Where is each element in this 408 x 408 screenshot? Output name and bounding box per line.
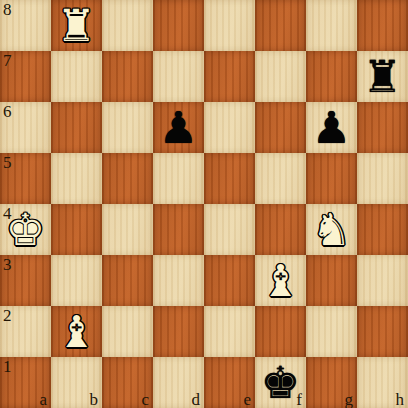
square-b4[interactable] [51,204,102,255]
black-rook-icon[interactable]: ♜ [363,51,402,102]
square-e3[interactable] [204,255,255,306]
square-d4[interactable] [153,204,204,255]
square-e8[interactable] [204,0,255,51]
square-h4[interactable] [357,204,408,255]
square-a3[interactable]: 3 [0,255,51,306]
square-g3[interactable] [306,255,357,306]
square-h7[interactable]: ♜ [357,51,408,102]
square-c8[interactable] [102,0,153,51]
square-a7[interactable]: 7 [0,51,51,102]
black-pawn-icon[interactable]: ♟ [312,102,351,153]
file-label-c: c [141,391,149,408]
square-g8[interactable] [306,0,357,51]
square-d6[interactable]: ♟ [153,102,204,153]
square-e6[interactable] [204,102,255,153]
square-e4[interactable] [204,204,255,255]
square-d8[interactable] [153,0,204,51]
square-h1[interactable]: h [357,357,408,408]
square-c6[interactable] [102,102,153,153]
square-c2[interactable] [102,306,153,357]
rank-label-3: 3 [3,255,12,274]
square-h2[interactable] [357,306,408,357]
square-a6[interactable]: 6 [0,102,51,153]
square-f1[interactable]: f♚ [255,357,306,408]
square-h5[interactable] [357,153,408,204]
square-c5[interactable] [102,153,153,204]
file-label-g: g [345,391,354,408]
square-d1[interactable]: d [153,357,204,408]
square-a2[interactable]: 2 [0,306,51,357]
chess-diagram: 8♜7♜6♟♟54♚♞3♝2♝1abcdef♚gh [0,0,408,408]
file-label-a: a [39,391,47,408]
square-g4[interactable]: ♞ [306,204,357,255]
square-g5[interactable] [306,153,357,204]
white-bishop-icon[interactable]: ♝ [261,255,300,306]
square-d7[interactable] [153,51,204,102]
white-knight-icon[interactable]: ♞ [312,204,351,255]
square-f6[interactable] [255,102,306,153]
white-bishop-icon[interactable]: ♝ [57,306,96,357]
square-b1[interactable]: b [51,357,102,408]
rank-label-1: 1 [3,357,12,376]
square-f7[interactable] [255,51,306,102]
square-c3[interactable] [102,255,153,306]
square-a4[interactable]: 4♚ [0,204,51,255]
rank-label-7: 7 [3,51,12,70]
chess-board: 8♜7♜6♟♟54♚♞3♝2♝1abcdef♚gh [0,0,408,408]
rank-label-8: 8 [3,0,12,19]
square-b2[interactable]: ♝ [51,306,102,357]
square-f4[interactable] [255,204,306,255]
square-b8[interactable]: ♜ [51,0,102,51]
square-e2[interactable] [204,306,255,357]
square-b6[interactable] [51,102,102,153]
file-label-d: d [192,391,201,408]
file-label-h: h [396,391,405,408]
square-g6[interactable]: ♟ [306,102,357,153]
rank-label-4: 4 [3,204,12,223]
square-d2[interactable] [153,306,204,357]
black-pawn-icon[interactable]: ♟ [159,102,198,153]
square-e7[interactable] [204,51,255,102]
square-c7[interactable] [102,51,153,102]
square-c1[interactable]: c [102,357,153,408]
black-king-icon[interactable]: ♚ [261,357,300,408]
square-e1[interactable]: e [204,357,255,408]
square-a8[interactable]: 8 [0,0,51,51]
square-g2[interactable] [306,306,357,357]
square-f2[interactable] [255,306,306,357]
square-f5[interactable] [255,153,306,204]
square-c4[interactable] [102,204,153,255]
file-label-b: b [90,391,99,408]
square-d5[interactable] [153,153,204,204]
square-f8[interactable] [255,0,306,51]
square-a5[interactable]: 5 [0,153,51,204]
square-h6[interactable] [357,102,408,153]
white-rook-icon[interactable]: ♜ [57,0,96,51]
rank-label-2: 2 [3,306,12,325]
rank-label-5: 5 [3,153,12,172]
file-label-f: f [296,391,302,408]
square-d3[interactable] [153,255,204,306]
square-b5[interactable] [51,153,102,204]
square-a1[interactable]: 1a [0,357,51,408]
square-e5[interactable] [204,153,255,204]
square-g7[interactable] [306,51,357,102]
square-g1[interactable]: g [306,357,357,408]
square-f3[interactable]: ♝ [255,255,306,306]
square-h3[interactable] [357,255,408,306]
square-b3[interactable] [51,255,102,306]
square-h8[interactable] [357,0,408,51]
square-b7[interactable] [51,51,102,102]
file-label-e: e [243,391,251,408]
rank-label-6: 6 [3,102,12,121]
